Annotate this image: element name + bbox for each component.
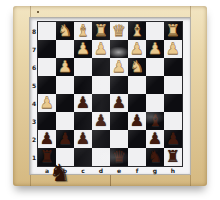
board-square-h4[interactable] [164,94,182,112]
rank-label-3: 3 [30,112,38,130]
file-label-f: f [128,166,146,174]
board-square-b8[interactable]: ♞ [56,22,74,40]
file-label-h: h [164,166,182,174]
black-pawn-piece[interactable]: ♟ [128,112,146,130]
board-square-d8[interactable]: ♜ [92,22,110,40]
frame-bottom-seam [110,174,111,186]
board-square-f1[interactable] [128,148,146,166]
board-square-g1[interactable]: ♞ [146,148,164,166]
board-square-e2[interactable] [110,130,128,148]
rank-label-5: 5 [30,76,38,94]
board-square-f2[interactable] [128,130,146,148]
rank-label-4: 4 [30,94,38,112]
frame-joint [30,174,31,186]
rank-label-2: 2 [30,130,38,148]
black-pawn-piece[interactable]: ♟ [110,94,128,112]
board-square-f5[interactable] [128,76,146,94]
board-square-g6[interactable] [146,58,164,76]
white-knight-piece[interactable]: ♞ [128,58,146,76]
board-square-h8[interactable]: ♜ [164,22,182,40]
board-square-c1[interactable] [74,148,92,166]
white-rook-piece[interactable]: ♜ [164,22,182,40]
board-square-f4[interactable] [128,94,146,112]
rank-label-1: 1 [30,148,38,166]
black-queen-piece[interactable]: ♛ [110,148,128,166]
board-square-f6[interactable]: ♞ [128,58,146,76]
board-square-g2[interactable]: ♟ [146,130,164,148]
board-square-f7[interactable]: ♟ [128,40,146,58]
board-square-e1[interactable]: ♛ [110,148,128,166]
board-square-e6[interactable]: ♟ [110,58,128,76]
board-square-a6[interactable] [38,58,56,76]
board-panel: 87654321 abcdefgh ♞♝♜♛♝♜♟♟♟♟♟♟♟♞♟♟♟♟♟♝♟♟… [30,18,190,174]
white-pawn-piece[interactable]: ♟ [38,94,56,112]
black-rook-piece[interactable]: ♜ [164,148,182,166]
white-queen-piece[interactable]: ♛ [110,22,128,40]
board-square-c2[interactable]: ♟ [74,130,92,148]
frame-joint [190,6,191,18]
black-pawn-piece[interactable]: ♟ [38,130,56,148]
white-pawn-piece[interactable]: ♟ [56,58,74,76]
file-label-c: c [74,166,92,174]
board-square-e3[interactable] [110,112,128,130]
board-square-d1[interactable] [92,148,110,166]
board-square-e8[interactable]: ♛ [110,22,128,40]
wooden-frame: 87654321 abcdefgh ♞♝♜♛♝♜♟♟♟♟♟♟♟♞♟♟♟♟♟♝♟♟… [13,6,207,186]
board-square-d3[interactable]: ♟ [92,112,110,130]
board-square-b7[interactable] [56,40,74,58]
board-square-b2[interactable]: ♟ [56,130,74,148]
black-pawn-piece[interactable]: ♟ [146,130,164,148]
frame-screw [37,11,39,13]
board-square-g8[interactable] [146,22,164,40]
black-knight-piece[interactable]: ♞ [146,148,164,166]
board-square-e5[interactable] [110,76,128,94]
rank-label-8: 8 [30,22,38,40]
white-rook-piece[interactable]: ♜ [92,22,110,40]
white-pawn-piece[interactable]: ♟ [74,40,92,58]
white-bishop-piece[interactable]: ♝ [74,22,92,40]
board-square-f3[interactable]: ♟ [128,112,146,130]
board-square-g4[interactable] [146,94,164,112]
board-square-g5[interactable] [146,76,164,94]
board-square-c8[interactable]: ♝ [74,22,92,40]
product-photo: 87654321 abcdefgh ♞♝♜♛♝♜♟♟♟♟♟♟♟♞♟♟♟♟♟♝♟♟… [0,0,220,200]
file-label-g: g [146,166,164,174]
board-square-f8[interactable]: ♝ [128,22,146,40]
tray-black-knight-piece[interactable]: ♞ [49,161,71,185]
black-pawn-piece[interactable]: ♟ [74,94,92,112]
board-square-a3[interactable] [38,112,56,130]
board-square-b4[interactable] [56,94,74,112]
board-square-g3[interactable]: ♝ [146,112,164,130]
board-square-c4[interactable]: ♟ [74,94,92,112]
board-square-d7[interactable]: ♟ [92,40,110,58]
black-pawn-piece[interactable]: ♟ [56,130,74,148]
board-square-h7[interactable]: ♟ [164,40,182,58]
board-square-b6[interactable]: ♟ [56,58,74,76]
board-square-a5[interactable] [38,76,56,94]
frame-joint [190,174,191,186]
rank-labels: 87654321 [30,22,38,166]
board-square-d4[interactable] [92,94,110,112]
black-pawn-piece[interactable]: ♟ [164,130,182,148]
board-square-a7[interactable] [38,40,56,58]
white-pawn-piece[interactable]: ♟ [128,40,146,58]
board-square-h3[interactable] [164,112,182,130]
board-square-e4[interactable]: ♟ [110,94,128,112]
board-square-c5[interactable] [74,76,92,94]
board-square-c6[interactable] [74,58,92,76]
rank-label-7: 7 [30,40,38,58]
white-knight-piece[interactable]: ♞ [56,22,74,40]
board-square-a4[interactable]: ♟ [38,94,56,112]
board-square-b3[interactable] [56,112,74,130]
board-square-g7[interactable]: ♟ [146,40,164,58]
frame-joint [30,6,31,18]
board-square-b5[interactable] [56,76,74,94]
white-pawn-piece[interactable]: ♟ [164,40,182,58]
board-square-e7[interactable] [110,40,128,58]
file-label-e: e [110,166,128,174]
board-square-h5[interactable] [164,76,182,94]
file-label-d: d [92,166,110,174]
board-square-d5[interactable] [92,76,110,94]
board-square-d6[interactable] [92,58,110,76]
white-pawn-piece[interactable]: ♟ [146,40,164,58]
chess-board[interactable]: ♞♝♜♛♝♜♟♟♟♟♟♟♟♞♟♟♟♟♟♝♟♟♟♟♟♜♛♞♜ [38,22,182,166]
black-pawn-piece[interactable]: ♟ [92,112,110,130]
white-pawn-piece[interactable]: ♟ [92,40,110,58]
black-bishop-piece[interactable]: ♝ [146,112,164,130]
rank-label-6: 6 [30,58,38,76]
white-pawn-piece[interactable]: ♟ [110,58,128,76]
black-pawn-piece[interactable]: ♟ [74,130,92,148]
board-square-c7[interactable]: ♟ [74,40,92,58]
board-square-a8[interactable] [38,22,56,40]
board-square-a2[interactable]: ♟ [38,130,56,148]
board-square-h2[interactable]: ♟ [164,130,182,148]
board-square-h6[interactable] [164,58,182,76]
board-square-h1[interactable]: ♜ [164,148,182,166]
board-square-d2[interactable] [92,130,110,148]
board-square-c3[interactable] [74,112,92,130]
white-bishop-piece[interactable]: ♝ [128,22,146,40]
